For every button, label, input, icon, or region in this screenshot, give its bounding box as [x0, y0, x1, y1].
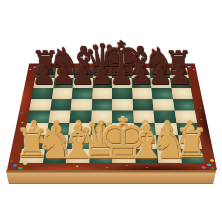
- board-front-edge: [6, 170, 216, 184]
- square-a5[interactable]: [29, 99, 51, 110]
- dark-pawn-h7[interactable]: ♟: [168, 61, 192, 88]
- square-h5[interactable]: [173, 99, 195, 110]
- light-rook-h1[interactable]: ♜: [174, 125, 209, 164]
- square-b5[interactable]: [50, 99, 72, 110]
- square-g5[interactable]: [152, 99, 174, 110]
- chess-set-photo: ♜♞♝♛♚♝♞♜♟♟♟♟♟♟♟♟♟♟♟♟♟♟♟♟♜♞♝♛♚♝♞♜: [0, 0, 222, 222]
